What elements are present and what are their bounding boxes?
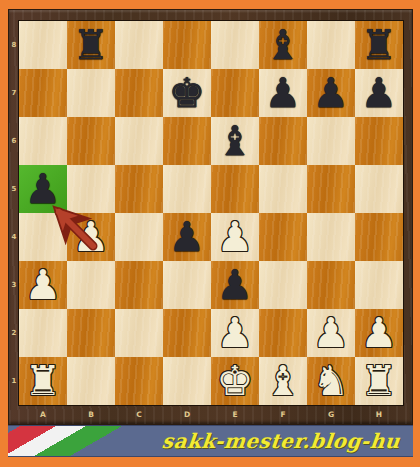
piece-white-rook-h1[interactable]: ♜ (355, 357, 403, 405)
square-h3[interactable] (355, 261, 403, 309)
square-c7[interactable] (115, 69, 163, 117)
square-g5[interactable] (307, 165, 355, 213)
square-g8[interactable] (307, 21, 355, 69)
square-a8[interactable] (19, 21, 67, 69)
square-b8[interactable]: ♜ (67, 21, 115, 69)
square-e3[interactable]: ♟ (211, 261, 259, 309)
square-e8[interactable] (211, 21, 259, 69)
square-a7[interactable] (19, 69, 67, 117)
blog-url-text: sakk-mester.blog-hu (161, 429, 402, 453)
piece-black-king-d7[interactable]: ♚ (163, 69, 211, 117)
square-d2[interactable] (163, 309, 211, 357)
chess-board[interactable]: ♜♝♜♚♟♟♟♝♟♟♟♟♟♟♟♟♟♜♚♝♞♜ (19, 21, 403, 405)
square-g2[interactable]: ♟ (307, 309, 355, 357)
square-c8[interactable] (115, 21, 163, 69)
square-d7[interactable]: ♚ (163, 69, 211, 117)
piece-white-bishop-f1[interactable]: ♝ (259, 357, 307, 405)
file-label-c: C (115, 405, 163, 424)
file-labels: ABCDEFGH (19, 405, 403, 424)
square-f3[interactable] (259, 261, 307, 309)
piece-white-rook-a1[interactable]: ♜ (19, 357, 67, 405)
piece-black-rook-h8[interactable]: ♜ (355, 21, 403, 69)
square-f5[interactable] (259, 165, 307, 213)
square-e2[interactable]: ♟ (211, 309, 259, 357)
piece-black-bishop-f8[interactable]: ♝ (259, 21, 307, 69)
square-d5[interactable] (163, 165, 211, 213)
piece-black-rook-b8[interactable]: ♜ (67, 21, 115, 69)
square-b7[interactable] (67, 69, 115, 117)
square-c2[interactable] (115, 309, 163, 357)
square-a3[interactable]: ♟ (19, 261, 67, 309)
square-e1[interactable]: ♚ (211, 357, 259, 405)
square-h8[interactable]: ♜ (355, 21, 403, 69)
square-b2[interactable] (67, 309, 115, 357)
square-c4[interactable] (115, 213, 163, 261)
piece-white-knight-g1[interactable]: ♞ (307, 357, 355, 405)
square-e6[interactable]: ♝ (211, 117, 259, 165)
square-g1[interactable]: ♞ (307, 357, 355, 405)
file-label-e: E (211, 405, 259, 424)
square-c5[interactable] (115, 165, 163, 213)
rank-label-1: 1 (9, 357, 19, 405)
file-label-d: D (163, 405, 211, 424)
square-b6[interactable] (67, 117, 115, 165)
square-h2[interactable]: ♟ (355, 309, 403, 357)
square-e5[interactable] (211, 165, 259, 213)
square-d8[interactable] (163, 21, 211, 69)
piece-white-king-e1[interactable]: ♚ (211, 357, 259, 405)
square-d3[interactable] (163, 261, 211, 309)
piece-white-pawn-a3[interactable]: ♟ (19, 261, 67, 309)
file-label-g: G (307, 405, 355, 424)
piece-black-pawn-a5[interactable]: ♟ (19, 165, 67, 213)
piece-white-pawn-e4[interactable]: ♟ (211, 213, 259, 261)
square-a1[interactable]: ♜ (19, 357, 67, 405)
square-f2[interactable] (259, 309, 307, 357)
file-label-h: H (355, 405, 403, 424)
board-frame: 87654321 ♜♝♜♚♟♟♟♝♟♟♟♟♟♟♟♟♟♜♚♝♞♜ ABCDEFGH (8, 9, 413, 425)
file-label-f: F (259, 405, 307, 424)
piece-black-bishop-e6[interactable]: ♝ (211, 117, 259, 165)
square-b3[interactable] (67, 261, 115, 309)
rank-label-2: 2 (9, 309, 19, 357)
square-b4[interactable]: ♟ (67, 213, 115, 261)
square-g4[interactable] (307, 213, 355, 261)
square-a6[interactable] (19, 117, 67, 165)
square-g3[interactable] (307, 261, 355, 309)
file-label-a: A (19, 405, 67, 424)
file-label-b: B (67, 405, 115, 424)
piece-black-pawn-e3[interactable]: ♟ (211, 261, 259, 309)
square-h5[interactable] (355, 165, 403, 213)
square-h1[interactable]: ♜ (355, 357, 403, 405)
piece-white-pawn-e2[interactable]: ♟ (211, 309, 259, 357)
square-d6[interactable] (163, 117, 211, 165)
square-c6[interactable] (115, 117, 163, 165)
square-b5[interactable] (67, 165, 115, 213)
square-d1[interactable] (163, 357, 211, 405)
square-e7[interactable] (211, 69, 259, 117)
hungarian-flag-icon (8, 426, 168, 456)
piece-black-pawn-h7[interactable]: ♟ (355, 69, 403, 117)
piece-black-pawn-d4[interactable]: ♟ (163, 213, 211, 261)
chess-diagram-page: 87654321 ♜♝♜♚♟♟♟♝♟♟♟♟♟♟♟♟♟♜♚♝♞♜ ABCDEFGH… (0, 0, 420, 467)
square-b1[interactable] (67, 357, 115, 405)
rank-labels: 87654321 (9, 21, 19, 405)
square-g6[interactable] (307, 117, 355, 165)
square-f4[interactable] (259, 213, 307, 261)
square-e4[interactable]: ♟ (211, 213, 259, 261)
rank-label-7: 7 (9, 69, 19, 117)
piece-white-pawn-h2[interactable]: ♟ (355, 309, 403, 357)
square-g7[interactable]: ♟ (307, 69, 355, 117)
piece-black-pawn-f7[interactable]: ♟ (259, 69, 307, 117)
piece-white-pawn-g2[interactable]: ♟ (307, 309, 355, 357)
square-h7[interactable]: ♟ (355, 69, 403, 117)
square-c3[interactable] (115, 261, 163, 309)
square-f6[interactable] (259, 117, 307, 165)
square-a5[interactable]: ♟ (19, 165, 67, 213)
square-d4[interactable]: ♟ (163, 213, 211, 261)
square-c1[interactable] (115, 357, 163, 405)
rank-label-5: 5 (9, 165, 19, 213)
blog-banner: sakk-mester.blog-hu (8, 425, 413, 457)
piece-white-pawn-b4[interactable]: ♟ (67, 213, 115, 261)
rank-label-6: 6 (9, 117, 19, 165)
square-f8[interactable]: ♝ (259, 21, 307, 69)
square-h6[interactable] (355, 117, 403, 165)
rank-label-3: 3 (9, 261, 19, 309)
rank-label-8: 8 (9, 21, 19, 69)
square-f7[interactable]: ♟ (259, 69, 307, 117)
piece-black-pawn-g7[interactable]: ♟ (307, 69, 355, 117)
square-h4[interactable] (355, 213, 403, 261)
square-f1[interactable]: ♝ (259, 357, 307, 405)
square-a2[interactable] (19, 309, 67, 357)
rank-label-4: 4 (9, 213, 19, 261)
square-a4[interactable] (19, 213, 67, 261)
